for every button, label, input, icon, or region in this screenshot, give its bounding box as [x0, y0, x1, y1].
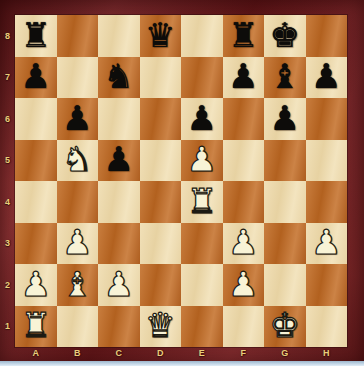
- square-e7[interactable]: [181, 57, 223, 99]
- square-g3[interactable]: [264, 223, 306, 265]
- square-b3[interactable]: ♟: [57, 223, 99, 265]
- square-c7[interactable]: ♞: [98, 57, 140, 99]
- square-h2[interactable]: [306, 264, 348, 306]
- square-d6[interactable]: [140, 98, 182, 140]
- square-g5[interactable]: [264, 140, 306, 182]
- square-g8[interactable]: ♚: [264, 15, 306, 57]
- square-h8[interactable]: [306, 15, 348, 57]
- square-g1[interactable]: ♚: [264, 306, 306, 348]
- square-f2[interactable]: ♟: [223, 264, 265, 306]
- square-h6[interactable]: [306, 98, 348, 140]
- square-b4[interactable]: [57, 181, 99, 223]
- piece-black-pawn[interactable]: ♟: [228, 59, 258, 93]
- file-label-h: H: [306, 345, 348, 361]
- rank-label-1: 1: [0, 306, 15, 348]
- square-f1[interactable]: [223, 306, 265, 348]
- piece-black-rook[interactable]: ♜: [21, 18, 51, 52]
- square-b2[interactable]: ♝: [57, 264, 99, 306]
- piece-black-pawn[interactable]: ♟: [62, 101, 92, 135]
- square-c8[interactable]: [98, 15, 140, 57]
- rank-label-3: 3: [0, 223, 15, 265]
- piece-black-rook[interactable]: ♜: [228, 18, 258, 52]
- piece-black-pawn[interactable]: ♟: [104, 142, 134, 176]
- piece-white-pawn[interactable]: ♟: [21, 267, 51, 301]
- file-label-a: A: [15, 345, 57, 361]
- piece-black-pawn[interactable]: ♟: [187, 101, 217, 135]
- square-b5[interactable]: ♞: [57, 140, 99, 182]
- square-f8[interactable]: ♜: [223, 15, 265, 57]
- piece-white-bishop[interactable]: ♝: [62, 267, 92, 301]
- square-g4[interactable]: [264, 181, 306, 223]
- square-a7[interactable]: ♟: [15, 57, 57, 99]
- square-c3[interactable]: [98, 223, 140, 265]
- file-label-b: B: [57, 345, 99, 361]
- file-label-e: E: [181, 345, 223, 361]
- square-h4[interactable]: [306, 181, 348, 223]
- piece-white-pawn[interactable]: ♟: [104, 267, 134, 301]
- square-h5[interactable]: [306, 140, 348, 182]
- piece-white-king[interactable]: ♚: [270, 308, 300, 342]
- square-c2[interactable]: ♟: [98, 264, 140, 306]
- file-label-g: G: [264, 345, 306, 361]
- square-a5[interactable]: [15, 140, 57, 182]
- piece-white-rook[interactable]: ♜: [187, 184, 217, 218]
- square-b7[interactable]: [57, 57, 99, 99]
- file-label-f: F: [223, 345, 265, 361]
- file-label-c: C: [98, 345, 140, 361]
- square-e1[interactable]: [181, 306, 223, 348]
- square-a8[interactable]: ♜: [15, 15, 57, 57]
- square-a2[interactable]: ♟: [15, 264, 57, 306]
- square-f3[interactable]: ♟: [223, 223, 265, 265]
- square-d1[interactable]: ♛: [140, 306, 182, 348]
- square-d2[interactable]: [140, 264, 182, 306]
- piece-black-pawn[interactable]: ♟: [311, 59, 341, 93]
- square-h3[interactable]: ♟: [306, 223, 348, 265]
- square-d3[interactable]: [140, 223, 182, 265]
- square-c4[interactable]: [98, 181, 140, 223]
- rank-label-2: 2: [0, 264, 15, 306]
- bottom-edge-strip: [0, 361, 364, 366]
- square-a4[interactable]: [15, 181, 57, 223]
- square-c5[interactable]: ♟: [98, 140, 140, 182]
- square-f6[interactable]: [223, 98, 265, 140]
- square-g7[interactable]: ♝: [264, 57, 306, 99]
- square-h7[interactable]: ♟: [306, 57, 348, 99]
- chess-board-panel: ♜♛♜♚♟♞♟♝♟♟♟♟♞♟♟♜♟♟♟♟♝♟♟♜♛♚ 87654321 ABCD…: [0, 0, 364, 366]
- rank-label-8: 8: [0, 15, 15, 57]
- piece-white-pawn[interactable]: ♟: [187, 142, 217, 176]
- square-d4[interactable]: [140, 181, 182, 223]
- square-d7[interactable]: [140, 57, 182, 99]
- piece-black-knight[interactable]: ♞: [104, 59, 134, 93]
- square-e5[interactable]: ♟: [181, 140, 223, 182]
- square-c1[interactable]: [98, 306, 140, 348]
- piece-white-rook[interactable]: ♜: [21, 308, 51, 342]
- square-b8[interactable]: [57, 15, 99, 57]
- square-f5[interactable]: [223, 140, 265, 182]
- square-g6[interactable]: ♟: [264, 98, 306, 140]
- piece-black-bishop[interactable]: ♝: [270, 59, 300, 93]
- square-e3[interactable]: [181, 223, 223, 265]
- square-b6[interactable]: ♟: [57, 98, 99, 140]
- file-labels: ABCDEFGH: [15, 345, 347, 361]
- square-d5[interactable]: [140, 140, 182, 182]
- square-g2[interactable]: [264, 264, 306, 306]
- piece-black-pawn[interactable]: ♟: [270, 101, 300, 135]
- square-b1[interactable]: [57, 306, 99, 348]
- square-e8[interactable]: [181, 15, 223, 57]
- square-e4[interactable]: ♜: [181, 181, 223, 223]
- piece-white-knight[interactable]: ♞: [62, 142, 92, 176]
- square-c6[interactable]: [98, 98, 140, 140]
- piece-black-queen[interactable]: ♛: [145, 18, 175, 52]
- piece-white-pawn[interactable]: ♟: [62, 225, 92, 259]
- piece-white-pawn[interactable]: ♟: [228, 225, 258, 259]
- square-e2[interactable]: [181, 264, 223, 306]
- rank-labels: 87654321: [0, 15, 15, 347]
- square-h1[interactable]: [306, 306, 348, 348]
- piece-white-queen[interactable]: ♛: [145, 308, 175, 342]
- rank-label-6: 6: [0, 98, 15, 140]
- piece-white-pawn[interactable]: ♟: [311, 225, 341, 259]
- piece-white-pawn[interactable]: ♟: [228, 267, 258, 301]
- rank-label-5: 5: [0, 140, 15, 182]
- square-e6[interactable]: ♟: [181, 98, 223, 140]
- rank-label-4: 4: [0, 181, 15, 223]
- rank-label-7: 7: [0, 57, 15, 99]
- file-label-d: D: [140, 345, 182, 361]
- piece-black-king[interactable]: ♚: [270, 18, 300, 52]
- piece-black-pawn[interactable]: ♟: [21, 59, 51, 93]
- square-a3[interactable]: [15, 223, 57, 265]
- square-a1[interactable]: ♜: [15, 306, 57, 348]
- square-f7[interactable]: ♟: [223, 57, 265, 99]
- chess-board: ♜♛♜♚♟♞♟♝♟♟♟♟♞♟♟♜♟♟♟♟♝♟♟♜♛♚: [15, 15, 347, 347]
- square-d8[interactable]: ♛: [140, 15, 182, 57]
- square-f4[interactable]: [223, 181, 265, 223]
- square-a6[interactable]: [15, 98, 57, 140]
